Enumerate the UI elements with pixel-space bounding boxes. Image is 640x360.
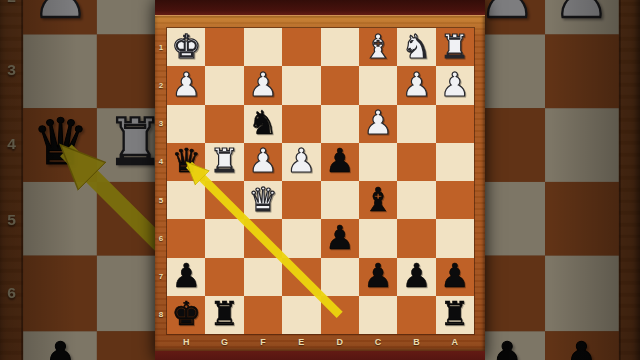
rank-labels: 12345678 [155, 28, 167, 334]
white-pawn-c3: ♟ [363, 106, 393, 139]
square-f6[interactable] [244, 219, 282, 257]
square-c7[interactable]: ♟ [359, 258, 397, 296]
square-h6[interactable] [167, 219, 205, 257]
square-f2[interactable]: ♟ [244, 66, 282, 104]
square-b2[interactable]: ♟ [397, 66, 435, 104]
square-e3[interactable] [282, 105, 320, 143]
square-d3[interactable] [321, 105, 359, 143]
rank-label-8: 8 [155, 296, 167, 334]
white-pawn-b2: ♟ [402, 68, 432, 101]
square-e2[interactable] [282, 66, 320, 104]
file-label-H: H [167, 334, 205, 349]
square-c6[interactable] [359, 219, 397, 257]
square-g4[interactable]: ♜ [205, 143, 243, 181]
black-pawn-d6: ♟ [325, 221, 355, 254]
bg-rank-label-6: 6 [0, 256, 23, 330]
square-a2[interactable]: ♟ [436, 66, 474, 104]
white-bishop-c1: ♝ [363, 30, 393, 63]
square-e6[interactable] [282, 219, 320, 257]
black-queen-h4: ♛ [171, 144, 201, 177]
bg-white-pawn-a2: ♟ [553, 0, 610, 26]
file-label-D: D [321, 334, 359, 349]
black-knight-f3: ♞ [248, 106, 278, 139]
square-d5[interactable] [321, 181, 359, 219]
square-a3[interactable] [436, 105, 474, 143]
square-e7[interactable] [282, 258, 320, 296]
square-b3[interactable] [397, 105, 435, 143]
square-f7[interactable] [244, 258, 282, 296]
bg-square-a2: ♟ [544, 0, 618, 34]
bg-square-h4: ♛ [23, 108, 97, 182]
square-b7[interactable]: ♟ [397, 258, 435, 296]
bg-black-pawn-b7: ♟ [478, 334, 535, 360]
square-c3[interactable]: ♟ [359, 105, 397, 143]
square-a1[interactable]: ♜ [436, 28, 474, 66]
square-d4[interactable]: ♟ [321, 143, 359, 181]
bg-square-a4 [544, 108, 618, 182]
video-panel: 12345678HGFEDCBA♚♝♞♜♟♟♟♟♞♟♛♜♟♟♟♛♝♟♟♟♟♟♚♜… [155, 0, 485, 360]
black-pawn-b7: ♟ [402, 259, 432, 292]
black-bishop-c5: ♝ [363, 183, 393, 216]
rank-label-1: 1 [155, 28, 167, 66]
bg-white-pawn-h2: ♟ [32, 0, 89, 26]
square-g2[interactable] [205, 66, 243, 104]
rank-label-3: 3 [155, 105, 167, 143]
rank-label-4: 4 [155, 143, 167, 181]
bg-black-queen-h4: ♛ [32, 111, 89, 175]
rank-label-6: 6 [155, 219, 167, 257]
square-c2[interactable] [359, 66, 397, 104]
black-rook-g8: ♜ [210, 297, 240, 330]
square-a6[interactable] [436, 219, 474, 257]
rank-label-2: 2 [155, 66, 167, 104]
square-b6[interactable] [397, 219, 435, 257]
bg-rank-label-2: 2 [0, 0, 23, 34]
white-rook-a1: ♜ [440, 30, 470, 63]
bg-square-h3 [23, 34, 97, 108]
file-label-B: B [397, 334, 435, 349]
white-pawn-e4: ♟ [287, 144, 317, 177]
square-c4[interactable] [359, 143, 397, 181]
square-g1[interactable] [205, 28, 243, 66]
square-d2[interactable] [321, 66, 359, 104]
black-pawn-c7: ♟ [363, 259, 393, 292]
square-d8[interactable] [321, 296, 359, 334]
square-f5[interactable]: ♛ [244, 181, 282, 219]
bg-white-pawn-b2: ♟ [478, 0, 535, 26]
bg-rank-labels: 12345678 [0, 0, 23, 360]
bg-square-a5 [544, 182, 618, 256]
square-a8[interactable]: ♜ [436, 296, 474, 334]
bg-rank-label-3: 3 [0, 34, 23, 108]
square-g3[interactable] [205, 105, 243, 143]
video-frame: 12345678HGFEDCBA♚♝♞♜♟♟♟♟♞♟♛♜♟♟♟♛♝♟♟♟♟♟♚♜… [0, 0, 640, 360]
bg-rank-label-7: 7 [0, 330, 23, 360]
bg-square-a7: ♟ [544, 330, 618, 360]
bg-square-h5 [23, 182, 97, 256]
square-h8[interactable]: ♚ [167, 296, 205, 334]
file-label-G: G [205, 334, 243, 349]
square-c5[interactable]: ♝ [359, 181, 397, 219]
white-pawn-h2: ♟ [171, 68, 201, 101]
square-g7[interactable] [205, 258, 243, 296]
file-label-C: C [359, 334, 397, 349]
square-h2[interactable]: ♟ [167, 66, 205, 104]
square-g8[interactable]: ♜ [205, 296, 243, 334]
square-h4[interactable]: ♛ [167, 143, 205, 181]
square-f1[interactable] [244, 28, 282, 66]
bg-square-a3 [544, 34, 618, 108]
square-h1[interactable]: ♚ [167, 28, 205, 66]
black-pawn-h7: ♟ [171, 259, 201, 292]
square-b1[interactable]: ♞ [397, 28, 435, 66]
rank-label-5: 5 [155, 181, 167, 219]
square-g5[interactable] [205, 181, 243, 219]
bg-square-h6 [23, 256, 97, 330]
bg-rank-label-4: 4 [0, 108, 23, 182]
square-b5[interactable] [397, 181, 435, 219]
white-king-h1: ♚ [171, 30, 201, 63]
file-label-E: E [282, 334, 320, 349]
file-label-A: A [436, 334, 474, 349]
white-pawn-f2: ♟ [248, 68, 278, 101]
file-label-F: F [244, 334, 282, 349]
square-f3[interactable]: ♞ [244, 105, 282, 143]
square-d1[interactable] [321, 28, 359, 66]
file-labels: HGFEDCBA [167, 334, 474, 349]
square-h3[interactable] [167, 105, 205, 143]
square-c8[interactable] [359, 296, 397, 334]
square-c1[interactable]: ♝ [359, 28, 397, 66]
white-pawn-f4: ♟ [248, 144, 278, 177]
black-pawn-a7: ♟ [440, 259, 470, 292]
square-a7[interactable]: ♟ [436, 258, 474, 296]
square-h7[interactable]: ♟ [167, 258, 205, 296]
white-knight-b1: ♞ [402, 30, 432, 63]
square-a5[interactable] [436, 181, 474, 219]
square-e1[interactable] [282, 28, 320, 66]
square-b4[interactable] [397, 143, 435, 181]
bg-square-a6 [544, 256, 618, 330]
square-f8[interactable] [244, 296, 282, 334]
square-g6[interactable] [205, 219, 243, 257]
square-e5[interactable] [282, 181, 320, 219]
rank-label-7: 7 [155, 258, 167, 296]
bg-square-h7: ♟ [23, 330, 97, 360]
bg-rank-label-5: 5 [0, 182, 23, 256]
black-pawn-d4: ♟ [325, 144, 355, 177]
square-d6[interactable]: ♟ [321, 219, 359, 257]
white-pawn-a2: ♟ [440, 68, 470, 101]
square-f4[interactable]: ♟ [244, 143, 282, 181]
square-e8[interactable] [282, 296, 320, 334]
chess-board: ♚♝♞♜♟♟♟♟♞♟♛♜♟♟♟♛♝♟♟♟♟♟♚♜♜ [167, 28, 474, 334]
square-b8[interactable] [397, 296, 435, 334]
square-e4[interactable]: ♟ [282, 143, 320, 181]
bg-black-pawn-a7: ♟ [553, 334, 610, 360]
square-d7[interactable] [321, 258, 359, 296]
bg-black-pawn-h7: ♟ [32, 334, 89, 360]
white-rook-g4: ♜ [210, 144, 240, 177]
square-a4[interactable] [436, 143, 474, 181]
white-queen-f5: ♛ [248, 183, 278, 216]
square-h5[interactable] [167, 181, 205, 219]
black-rook-a8: ♜ [440, 297, 470, 330]
bg-square-h2: ♟ [23, 0, 97, 34]
black-king-h8: ♚ [171, 297, 201, 330]
